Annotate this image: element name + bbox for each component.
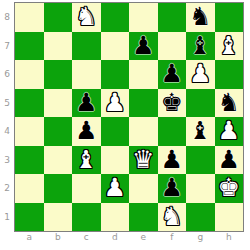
square-e2[interactable] <box>129 174 158 203</box>
chess-board: ♞♞♟♝♝♟♟♟♟♚♞♟♝♟♝♛♟♟♟♟♚♞ <box>14 2 244 232</box>
file-label-c: c <box>72 232 101 242</box>
square-g2[interactable] <box>186 174 215 203</box>
square-b5[interactable] <box>44 89 73 118</box>
square-g6[interactable]: ♟ <box>186 60 215 89</box>
square-c5[interactable]: ♟ <box>72 89 101 118</box>
rank-label-6: 6 <box>0 60 14 89</box>
square-b4[interactable] <box>44 117 73 146</box>
square-c7[interactable] <box>72 32 101 61</box>
square-f7[interactable] <box>158 32 187 61</box>
square-g4[interactable]: ♝ <box>186 117 215 146</box>
white-queen[interactable]: ♛ <box>129 146 158 175</box>
black-pawn[interactable]: ♟ <box>215 146 244 175</box>
file-label-f: f <box>158 232 187 242</box>
rank-label-5: 5 <box>0 89 14 118</box>
square-h1[interactable] <box>215 203 244 232</box>
black-bishop[interactable]: ♝ <box>186 32 215 61</box>
rank-label-7: 7 <box>0 32 14 61</box>
rank-labels: 87654321 <box>0 3 14 231</box>
square-d6[interactable] <box>101 60 130 89</box>
black-pawn[interactable]: ♟ <box>158 174 187 203</box>
square-f5[interactable]: ♚ <box>158 89 187 118</box>
square-f8[interactable] <box>158 3 187 32</box>
white-bishop[interactable]: ♝ <box>215 32 244 61</box>
square-c3[interactable]: ♝ <box>72 146 101 175</box>
square-c2[interactable] <box>72 174 101 203</box>
square-b8[interactable] <box>44 3 73 32</box>
black-pawn[interactable]: ♟ <box>129 32 158 61</box>
square-f6[interactable]: ♟ <box>158 60 187 89</box>
square-a8[interactable] <box>15 3 44 32</box>
rank-label-8: 8 <box>0 3 14 32</box>
white-knight[interactable]: ♞ <box>72 3 101 32</box>
square-e6[interactable] <box>129 60 158 89</box>
square-b6[interactable] <box>44 60 73 89</box>
square-f3[interactable]: ♟ <box>158 146 187 175</box>
square-d4[interactable] <box>101 117 130 146</box>
file-label-a: a <box>15 232 44 242</box>
square-e7[interactable]: ♟ <box>129 32 158 61</box>
square-h3[interactable]: ♟ <box>215 146 244 175</box>
white-pawn[interactable]: ♟ <box>186 60 215 89</box>
square-d5[interactable]: ♟ <box>101 89 130 118</box>
square-f4[interactable] <box>158 117 187 146</box>
square-g5[interactable] <box>186 89 215 118</box>
square-b2[interactable] <box>44 174 73 203</box>
black-pawn[interactable]: ♟ <box>72 117 101 146</box>
square-a7[interactable] <box>15 32 44 61</box>
square-h6[interactable] <box>215 60 244 89</box>
rank-label-4: 4 <box>0 117 14 146</box>
file-label-h: h <box>215 232 244 242</box>
rank-label-3: 3 <box>0 146 14 175</box>
square-g7[interactable]: ♝ <box>186 32 215 61</box>
square-d7[interactable] <box>101 32 130 61</box>
square-d2[interactable]: ♟ <box>101 174 130 203</box>
white-pawn[interactable]: ♟ <box>101 89 130 118</box>
black-knight[interactable]: ♞ <box>186 3 215 32</box>
white-knight[interactable]: ♞ <box>158 203 187 232</box>
chess-board-page: 87654321 ♞♞♟♝♝♟♟♟♟♚♞♟♝♟♝♛♟♟♟♟♚♞ abcdefgh <box>0 0 250 250</box>
square-e4[interactable] <box>129 117 158 146</box>
square-c1[interactable] <box>72 203 101 232</box>
square-e5[interactable] <box>129 89 158 118</box>
square-f2[interactable]: ♟ <box>158 174 187 203</box>
black-knight[interactable]: ♞ <box>215 89 244 118</box>
square-d1[interactable] <box>101 203 130 232</box>
square-b7[interactable] <box>44 32 73 61</box>
file-label-g: g <box>186 232 215 242</box>
black-pawn[interactable]: ♟ <box>72 89 101 118</box>
square-a5[interactable] <box>15 89 44 118</box>
square-h8[interactable] <box>215 3 244 32</box>
square-b1[interactable] <box>44 203 73 232</box>
black-pawn[interactable]: ♟ <box>158 60 187 89</box>
rank-label-2: 2 <box>0 174 14 203</box>
square-h7[interactable]: ♝ <box>215 32 244 61</box>
file-label-e: e <box>129 232 158 242</box>
square-f1[interactable]: ♞ <box>158 203 187 232</box>
square-e8[interactable] <box>129 3 158 32</box>
file-label-d: d <box>101 232 130 242</box>
square-c8[interactable]: ♞ <box>72 3 101 32</box>
file-label-b: b <box>44 232 73 242</box>
square-a3[interactable] <box>15 146 44 175</box>
black-pawn[interactable]: ♟ <box>158 146 187 175</box>
rank-label-1: 1 <box>0 203 14 232</box>
white-bishop[interactable]: ♝ <box>72 146 101 175</box>
square-a4[interactable] <box>15 117 44 146</box>
square-h5[interactable]: ♞ <box>215 89 244 118</box>
square-e1[interactable] <box>129 203 158 232</box>
square-h2[interactable]: ♚ <box>215 174 244 203</box>
black-king[interactable]: ♚ <box>158 89 187 118</box>
white-pawn[interactable]: ♟ <box>101 174 130 203</box>
white-king[interactable]: ♚ <box>215 174 244 203</box>
square-c6[interactable] <box>72 60 101 89</box>
white-pawn[interactable]: ♟ <box>215 117 244 146</box>
square-g3[interactable] <box>186 146 215 175</box>
square-d8[interactable] <box>101 3 130 32</box>
square-a6[interactable] <box>15 60 44 89</box>
square-e3[interactable]: ♛ <box>129 146 158 175</box>
square-g8[interactable]: ♞ <box>186 3 215 32</box>
square-a1[interactable] <box>15 203 44 232</box>
square-a2[interactable] <box>15 174 44 203</box>
square-g1[interactable] <box>186 203 215 232</box>
square-c4[interactable]: ♟ <box>72 117 101 146</box>
square-b3[interactable] <box>44 146 73 175</box>
file-labels: abcdefgh <box>15 232 243 242</box>
black-bishop[interactable]: ♝ <box>186 117 215 146</box>
square-d3[interactable] <box>101 146 130 175</box>
square-h4[interactable]: ♟ <box>215 117 244 146</box>
